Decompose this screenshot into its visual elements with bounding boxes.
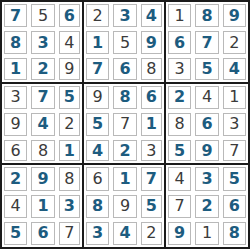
- cell-r9c5[interactable]: 4: [111, 220, 138, 247]
- filled-digit: 4: [86, 140, 109, 161]
- given-digit: 3: [223, 113, 246, 136]
- filled-digit: 6: [141, 86, 162, 109]
- given-digit: 9: [113, 195, 136, 218]
- filled-digit: 2: [31, 58, 54, 79]
- given-digit: 1: [168, 4, 191, 27]
- sudoku-board: 7562341898341596721297683543759862419425…: [0, 0, 250, 249]
- cell-r7c4[interactable]: 6: [84, 165, 111, 192]
- filled-digit: 4: [223, 58, 246, 79]
- cell-r6c5[interactable]: 2: [111, 138, 138, 165]
- cell-r6c1[interactable]: 6: [2, 138, 29, 165]
- cell-r8c7[interactable]: 7: [166, 193, 193, 220]
- filled-digit: 6: [195, 113, 218, 136]
- filled-digit: 6: [168, 31, 191, 54]
- given-digit: 7: [113, 113, 136, 136]
- cell-r5c3[interactable]: 2: [57, 111, 84, 138]
- given-digit: 7: [223, 140, 246, 161]
- cell-r4c5[interactable]: 8: [111, 84, 138, 111]
- cell-r5c2[interactable]: 4: [29, 111, 56, 138]
- cell-r5c1[interactable]: 9: [2, 111, 29, 138]
- filled-digit: 5: [141, 195, 162, 218]
- cell-r2c4[interactable]: 1: [84, 29, 111, 56]
- cell-r8c3[interactable]: 3: [57, 193, 84, 220]
- cell-r2c2[interactable]: 3: [29, 29, 56, 56]
- filled-digit: 2: [195, 195, 218, 218]
- cell-r4c8[interactable]: 4: [193, 84, 220, 111]
- filled-digit: 9: [168, 222, 191, 245]
- filled-digit: 7: [195, 31, 218, 54]
- cell-r1c6[interactable]: 4: [139, 2, 166, 29]
- cell-r1c1[interactable]: 7: [2, 2, 29, 29]
- given-digit: 8: [168, 113, 191, 136]
- filled-digit: 1: [59, 140, 80, 161]
- cell-r9c1[interactable]: 5: [2, 220, 29, 247]
- filled-digit: 5: [59, 86, 80, 109]
- filled-digit: 5: [168, 140, 191, 161]
- cell-r8c5[interactable]: 9: [111, 193, 138, 220]
- filled-digit: 5: [86, 113, 109, 136]
- cell-r2c3[interactable]: 4: [57, 29, 84, 56]
- filled-digit: 2: [168, 86, 191, 109]
- cell-r4c6[interactable]: 6: [139, 84, 166, 111]
- filled-digit: 3: [195, 167, 218, 190]
- cell-r8c4[interactable]: 8: [84, 193, 111, 220]
- cell-r9c7[interactable]: 9: [166, 220, 193, 247]
- given-digit: 1: [223, 86, 246, 109]
- cell-r3c6[interactable]: 8: [139, 56, 166, 83]
- given-digit: 9: [4, 113, 27, 136]
- filled-digit: 1: [86, 31, 109, 54]
- filled-digit: 6: [223, 195, 246, 218]
- cell-r6c9[interactable]: 7: [221, 138, 248, 165]
- filled-digit: 7: [141, 167, 162, 190]
- cell-r5c8[interactable]: 6: [193, 111, 220, 138]
- cell-r5c4[interactable]: 5: [84, 111, 111, 138]
- given-digit: 8: [31, 140, 54, 161]
- cell-r8c2[interactable]: 1: [29, 193, 56, 220]
- cell-r3c7[interactable]: 3: [166, 56, 193, 83]
- cell-r2c6[interactable]: 9: [139, 29, 166, 56]
- filled-digit: 3: [86, 222, 109, 245]
- filled-digit: 6: [31, 222, 54, 245]
- cell-r6c3[interactable]: 1: [57, 138, 84, 165]
- cell-r5c7[interactable]: 8: [166, 111, 193, 138]
- filled-digit: 5: [195, 58, 218, 79]
- filled-digit: 2: [113, 140, 136, 161]
- cell-r1c7[interactable]: 1: [166, 2, 193, 29]
- cell-r5c6[interactable]: 1: [139, 111, 166, 138]
- cell-r3c8[interactable]: 5: [193, 56, 220, 83]
- filled-digit: 9: [31, 167, 54, 190]
- filled-digit: 7: [86, 58, 109, 79]
- given-digit: 9: [86, 86, 109, 109]
- cell-r4c2[interactable]: 7: [29, 84, 56, 111]
- cell-r2c7[interactable]: 6: [166, 29, 193, 56]
- filled-digit: 9: [141, 31, 162, 54]
- filled-digit: 7: [31, 86, 54, 109]
- filled-digit: 5: [223, 167, 246, 190]
- given-digit: 3: [168, 58, 191, 79]
- given-digit: 5: [31, 4, 54, 27]
- given-digit: 6: [4, 140, 27, 161]
- cell-r6c6[interactable]: 3: [139, 138, 166, 165]
- filled-digit: 3: [113, 4, 136, 27]
- given-digit: 6: [86, 167, 109, 190]
- filled-digit: 1: [141, 113, 162, 136]
- cell-r7c6[interactable]: 7: [139, 165, 166, 192]
- cell-r3c2[interactable]: 2: [29, 56, 56, 83]
- cell-r1c3[interactable]: 6: [57, 2, 84, 29]
- cell-r4c4[interactable]: 9: [84, 84, 111, 111]
- given-digit: 8: [141, 58, 162, 79]
- cell-r7c3[interactable]: 8: [57, 165, 84, 192]
- given-digit: 2: [86, 4, 109, 27]
- filled-digit: 3: [59, 195, 80, 218]
- cell-r1c9[interactable]: 9: [221, 2, 248, 29]
- filled-digit: 4: [113, 222, 136, 245]
- given-digit: 2: [141, 222, 162, 245]
- filled-digit: 8: [86, 195, 109, 218]
- cell-r9c4[interactable]: 3: [84, 220, 111, 247]
- cell-r3c4[interactable]: 7: [84, 56, 111, 83]
- cell-r2c5[interactable]: 5: [111, 29, 138, 56]
- cell-r1c8[interactable]: 8: [193, 2, 220, 29]
- cell-r3c1[interactable]: 1: [2, 56, 29, 83]
- cell-r6c7[interactable]: 5: [166, 138, 193, 165]
- cell-r4c1[interactable]: 3: [2, 84, 29, 111]
- filled-digit: 8: [223, 222, 246, 245]
- given-digit: 4: [4, 195, 27, 218]
- filled-digit: 2: [4, 167, 27, 190]
- filled-digit: 3: [31, 31, 54, 54]
- cell-r9c9[interactable]: 8: [221, 220, 248, 247]
- cell-r7c7[interactable]: 4: [166, 165, 193, 192]
- cell-r3c5[interactable]: 6: [111, 56, 138, 83]
- filled-digit: 1: [31, 195, 54, 218]
- filled-digit: 8: [4, 31, 27, 54]
- cell-r6c2[interactable]: 8: [29, 138, 56, 165]
- cell-r9c8[interactable]: 1: [193, 220, 220, 247]
- cell-r1c5[interactable]: 3: [111, 2, 138, 29]
- cell-r9c6[interactable]: 2: [139, 220, 166, 247]
- cell-r4c7[interactable]: 2: [166, 84, 193, 111]
- given-digit: 8: [59, 167, 80, 190]
- given-digit: 9: [59, 58, 80, 79]
- cell-r2c1[interactable]: 8: [2, 29, 29, 56]
- filled-digit: 4: [31, 113, 54, 136]
- filled-digit: 9: [195, 140, 218, 161]
- filled-digit: 8: [195, 4, 218, 27]
- cell-r9c2[interactable]: 6: [29, 220, 56, 247]
- cell-r8c6[interactable]: 5: [139, 193, 166, 220]
- cell-r7c8[interactable]: 3: [193, 165, 220, 192]
- filled-digit: 5: [4, 222, 27, 245]
- cell-r8c1[interactable]: 4: [2, 193, 29, 220]
- cell-r4c9[interactable]: 1: [221, 84, 248, 111]
- cell-r4c3[interactable]: 5: [57, 84, 84, 111]
- given-digit: 1: [195, 222, 218, 245]
- filled-digit: 6: [113, 58, 136, 79]
- cell-r8c8[interactable]: 2: [193, 193, 220, 220]
- filled-digit: 1: [113, 167, 136, 190]
- filled-digit: 4: [141, 4, 162, 27]
- cell-r1c4[interactable]: 2: [84, 2, 111, 29]
- cell-r9c3[interactable]: 7: [57, 220, 84, 247]
- cell-r7c1[interactable]: 2: [2, 165, 29, 192]
- given-digit: 7: [168, 195, 191, 218]
- cell-r5c9[interactable]: 3: [221, 111, 248, 138]
- given-digit: 4: [168, 167, 191, 190]
- given-digit: 3: [141, 140, 162, 161]
- cell-r6c8[interactable]: 9: [193, 138, 220, 165]
- cell-r8c9[interactable]: 6: [221, 193, 248, 220]
- cell-r1c2[interactable]: 5: [29, 2, 56, 29]
- cell-r5c5[interactable]: 7: [111, 111, 138, 138]
- cell-r2c8[interactable]: 7: [193, 29, 220, 56]
- given-digit: 2: [59, 113, 80, 136]
- cell-r7c9[interactable]: 5: [221, 165, 248, 192]
- given-digit: 5: [113, 31, 136, 54]
- filled-digit: 6: [59, 4, 80, 27]
- filled-digit: 9: [223, 4, 246, 27]
- cell-r6c4[interactable]: 4: [84, 138, 111, 165]
- cell-r7c5[interactable]: 1: [111, 165, 138, 192]
- given-digit: 4: [195, 86, 218, 109]
- cell-r3c3[interactable]: 9: [57, 56, 84, 83]
- filled-digit: 1: [4, 58, 27, 79]
- cell-r7c2[interactable]: 9: [29, 165, 56, 192]
- given-digit: 7: [59, 222, 80, 245]
- cell-r3c9[interactable]: 4: [221, 56, 248, 83]
- given-digit: 4: [59, 31, 80, 54]
- given-digit: 3: [4, 86, 27, 109]
- cell-r2c9[interactable]: 2: [221, 29, 248, 56]
- filled-digit: 8: [113, 86, 136, 109]
- filled-digit: 7: [4, 4, 27, 27]
- given-digit: 2: [223, 31, 246, 54]
